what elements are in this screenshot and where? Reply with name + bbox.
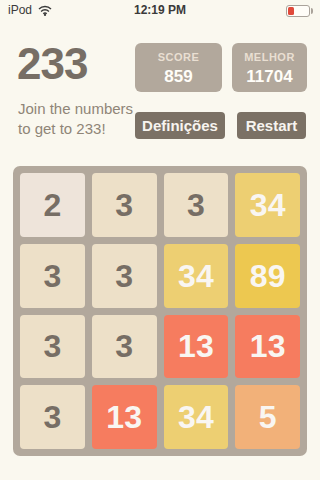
status-bar: iPod 12:19 PM (0, 0, 320, 20)
app: iPod 12:19 PM 233 SCORE 859 MELHOR 11704… (0, 0, 320, 480)
tile-34: 34 (235, 173, 300, 237)
tile-3: 3 (20, 385, 85, 449)
tile-3: 3 (92, 315, 157, 379)
tile-3: 3 (92, 244, 157, 308)
tile-3: 3 (20, 244, 85, 308)
tile-3: 3 (164, 173, 229, 237)
best-score-label: MELHOR (232, 51, 307, 63)
battery-fill (288, 7, 294, 15)
battery-icon (286, 5, 310, 17)
tile-5: 5 (235, 385, 300, 449)
tile-3: 3 (92, 173, 157, 237)
settings-button[interactable]: Definições (135, 112, 225, 139)
tile-34: 34 (164, 385, 229, 449)
score-box: SCORE 859 (135, 43, 222, 92)
clock-label: 12:19 PM (0, 3, 320, 17)
tile-2: 2 (20, 173, 85, 237)
score-label: SCORE (135, 51, 222, 63)
score-value: 859 (135, 67, 222, 87)
tile-34: 34 (164, 244, 229, 308)
tile-13: 13 (92, 385, 157, 449)
tile-3: 3 (20, 315, 85, 379)
board[interactable]: 23334333489331313313345 (13, 166, 307, 456)
tile-13: 13 (164, 315, 229, 379)
tile-89: 89 (235, 244, 300, 308)
best-score-box: MELHOR 11704 (232, 43, 307, 92)
tile-13: 13 (235, 315, 300, 379)
battery-nub (311, 8, 314, 14)
best-score-value: 11704 (232, 67, 307, 87)
subtitle: Join the numbers to get to 233! (18, 99, 144, 139)
page-title: 233 (17, 39, 87, 89)
restart-button[interactable]: Restart (237, 112, 306, 139)
